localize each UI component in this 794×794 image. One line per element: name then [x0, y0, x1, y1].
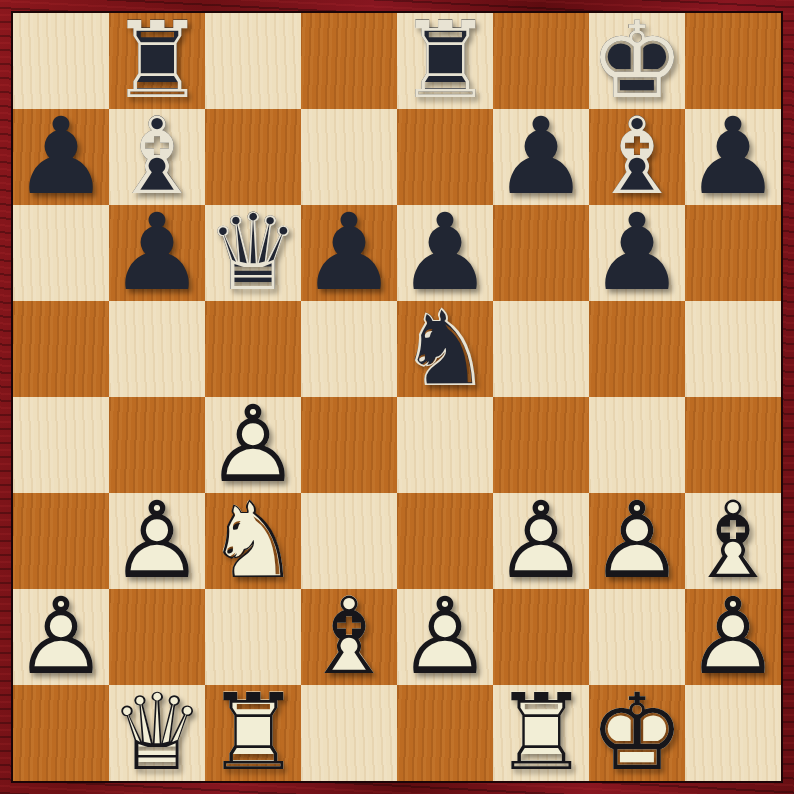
black-pawn[interactable]: ♟: [13, 109, 109, 205]
pawn-glyph-fill: ♟: [493, 493, 589, 589]
square-d5[interactable]: [301, 301, 397, 397]
square-g8[interactable]: ♚♔: [589, 13, 685, 109]
white-king[interactable]: ♚♔: [589, 685, 685, 781]
square-f5[interactable]: [493, 301, 589, 397]
white-pawn[interactable]: ♟♙: [397, 589, 493, 685]
queen-glyph-fill: ♛: [205, 205, 301, 301]
rook-glyph-fill: ♜: [397, 13, 493, 109]
square-d2[interactable]: ♝♗: [301, 589, 397, 685]
bishop-glyph-fill: ♝: [301, 589, 397, 685]
pawn-glyph-fill: ♟: [13, 589, 109, 685]
square-g5[interactable]: [589, 301, 685, 397]
square-d7[interactable]: [301, 109, 397, 205]
black-bishop[interactable]: ♝♗: [589, 109, 685, 205]
black-pawn[interactable]: ♟: [397, 205, 493, 301]
square-g4[interactable]: [589, 397, 685, 493]
pawn-glyph-outline: ♙: [685, 589, 781, 685]
pawn-glyph-fill: ♟: [109, 205, 205, 301]
white-queen[interactable]: ♛♕: [109, 685, 205, 781]
square-a3[interactable]: [13, 493, 109, 589]
black-pawn[interactable]: ♟: [493, 109, 589, 205]
square-a7[interactable]: ♟: [13, 109, 109, 205]
pawn-glyph-fill: ♟: [685, 109, 781, 205]
black-pawn[interactable]: ♟: [109, 205, 205, 301]
square-c6[interactable]: ♛♕: [205, 205, 301, 301]
square-c4[interactable]: ♟♙: [205, 397, 301, 493]
white-pawn[interactable]: ♟♙: [493, 493, 589, 589]
square-c2[interactable]: [205, 589, 301, 685]
rook-glyph-outline: ♖: [109, 13, 205, 109]
square-h3[interactable]: ♝♗: [685, 493, 781, 589]
square-b8[interactable]: ♜♖: [109, 13, 205, 109]
square-e4[interactable]: [397, 397, 493, 493]
square-d8[interactable]: [301, 13, 397, 109]
white-rook[interactable]: ♜♖: [493, 685, 589, 781]
pawn-glyph-outline: ♙: [589, 493, 685, 589]
square-e1[interactable]: [397, 685, 493, 781]
pawn-glyph-outline: ♙: [205, 397, 301, 493]
white-pawn[interactable]: ♟♙: [109, 493, 205, 589]
queen-glyph-outline: ♕: [205, 205, 301, 301]
square-f2[interactable]: [493, 589, 589, 685]
square-b6[interactable]: ♟: [109, 205, 205, 301]
white-pawn[interactable]: ♟♙: [205, 397, 301, 493]
black-rook[interactable]: ♜♖: [109, 13, 205, 109]
square-b4[interactable]: [109, 397, 205, 493]
square-b3[interactable]: ♟♙: [109, 493, 205, 589]
pawn-glyph-fill: ♟: [301, 205, 397, 301]
bishop-glyph-outline: ♗: [589, 109, 685, 205]
square-a5[interactable]: [13, 301, 109, 397]
black-pawn[interactable]: ♟: [685, 109, 781, 205]
square-h8[interactable]: [685, 13, 781, 109]
king-glyph-outline: ♔: [589, 13, 685, 109]
square-a4[interactable]: [13, 397, 109, 493]
queen-glyph-outline: ♕: [109, 685, 205, 781]
black-pawn[interactable]: ♟: [301, 205, 397, 301]
pawn-glyph-fill: ♟: [109, 493, 205, 589]
square-e2[interactable]: ♟♙: [397, 589, 493, 685]
black-king[interactable]: ♚♔: [589, 13, 685, 109]
pawn-glyph-fill: ♟: [13, 109, 109, 205]
square-e8[interactable]: ♜♖: [397, 13, 493, 109]
pawn-glyph-outline: ♙: [109, 493, 205, 589]
square-e7[interactable]: [397, 109, 493, 205]
square-a8[interactable]: [13, 13, 109, 109]
bishop-glyph-fill: ♝: [589, 109, 685, 205]
square-h4[interactable]: [685, 397, 781, 493]
square-h6[interactable]: [685, 205, 781, 301]
square-b2[interactable]: [109, 589, 205, 685]
square-b5[interactable]: [109, 301, 205, 397]
square-f3[interactable]: ♟♙: [493, 493, 589, 589]
square-a6[interactable]: [13, 205, 109, 301]
square-c8[interactable]: [205, 13, 301, 109]
white-pawn[interactable]: ♟♙: [589, 493, 685, 589]
black-queen[interactable]: ♛♕: [205, 205, 301, 301]
pawn-glyph-fill: ♟: [397, 205, 493, 301]
pawn-glyph-fill: ♟: [685, 589, 781, 685]
square-f7[interactable]: ♟: [493, 109, 589, 205]
square-b1[interactable]: ♛♕: [109, 685, 205, 781]
square-g7[interactable]: ♝♗: [589, 109, 685, 205]
king-glyph-fill: ♚: [589, 685, 685, 781]
bishop-glyph-fill: ♝: [109, 109, 205, 205]
square-d1[interactable]: [301, 685, 397, 781]
square-d3[interactable]: [301, 493, 397, 589]
square-g1[interactable]: ♚♔: [589, 685, 685, 781]
pawn-glyph-outline: ♙: [493, 493, 589, 589]
square-f8[interactable]: [493, 13, 589, 109]
pawn-glyph-fill: ♟: [493, 109, 589, 205]
square-f6[interactable]: [493, 205, 589, 301]
rook-glyph-outline: ♖: [397, 13, 493, 109]
king-glyph-fill: ♚: [589, 13, 685, 109]
knight-glyph-fill: ♞: [397, 301, 493, 397]
chess-board: ♜♖♜♖♚♔♟♝♗♟♝♗♟♟♛♕♟♟♟♞♘♟♙♟♙♞♘♟♙♟♙♝♗♟♙♝♗♟♙♟…: [11, 11, 783, 783]
pawn-glyph-fill: ♟: [397, 589, 493, 685]
bishop-glyph-outline: ♗: [301, 589, 397, 685]
bishop-glyph-fill: ♝: [685, 493, 781, 589]
rook-glyph-outline: ♖: [205, 685, 301, 781]
square-h7[interactable]: ♟: [685, 109, 781, 205]
white-bishop[interactable]: ♝♗: [301, 589, 397, 685]
square-c7[interactable]: [205, 109, 301, 205]
square-c1[interactable]: ♜♖: [205, 685, 301, 781]
square-c3[interactable]: ♞♘: [205, 493, 301, 589]
rook-glyph-fill: ♜: [109, 13, 205, 109]
square-h2[interactable]: ♟♙: [685, 589, 781, 685]
queen-glyph-fill: ♛: [109, 685, 205, 781]
square-e5[interactable]: ♞♘: [397, 301, 493, 397]
pawn-glyph-fill: ♟: [589, 205, 685, 301]
square-h1[interactable]: [685, 685, 781, 781]
black-bishop[interactable]: ♝♗: [109, 109, 205, 205]
bishop-glyph-outline: ♗: [685, 493, 781, 589]
white-knight[interactable]: ♞♘: [205, 493, 301, 589]
rook-glyph-fill: ♜: [205, 685, 301, 781]
black-rook[interactable]: ♜♖: [397, 13, 493, 109]
white-rook[interactable]: ♜♖: [205, 685, 301, 781]
square-e3[interactable]: [397, 493, 493, 589]
rook-glyph-fill: ♜: [493, 685, 589, 781]
square-g3[interactable]: ♟♙: [589, 493, 685, 589]
black-pawn[interactable]: ♟: [589, 205, 685, 301]
pawn-glyph-outline: ♙: [13, 589, 109, 685]
white-pawn[interactable]: ♟♙: [13, 589, 109, 685]
square-f1[interactable]: ♜♖: [493, 685, 589, 781]
square-e6[interactable]: ♟: [397, 205, 493, 301]
king-glyph-outline: ♔: [589, 685, 685, 781]
square-f4[interactable]: [493, 397, 589, 493]
square-g2[interactable]: [589, 589, 685, 685]
knight-glyph-fill: ♞: [205, 493, 301, 589]
square-g6[interactable]: ♟: [589, 205, 685, 301]
rook-glyph-outline: ♖: [493, 685, 589, 781]
square-d6[interactable]: ♟: [301, 205, 397, 301]
white-pawn[interactable]: ♟♙: [685, 589, 781, 685]
white-bishop[interactable]: ♝♗: [685, 493, 781, 589]
black-knight[interactable]: ♞♘: [397, 301, 493, 397]
pawn-glyph-fill: ♟: [205, 397, 301, 493]
knight-glyph-outline: ♘: [397, 301, 493, 397]
bishop-glyph-outline: ♗: [109, 109, 205, 205]
square-a1[interactable]: [13, 685, 109, 781]
square-c5[interactable]: [205, 301, 301, 397]
pawn-glyph-outline: ♙: [397, 589, 493, 685]
board-frame: ♜♖♜♖♚♔♟♝♗♟♝♗♟♟♛♕♟♟♟♞♘♟♙♟♙♞♘♟♙♟♙♝♗♟♙♝♗♟♙♟…: [0, 0, 794, 794]
knight-glyph-outline: ♘: [205, 493, 301, 589]
square-a2[interactable]: ♟♙: [13, 589, 109, 685]
square-h5[interactable]: [685, 301, 781, 397]
square-d4[interactable]: [301, 397, 397, 493]
square-b7[interactable]: ♝♗: [109, 109, 205, 205]
pawn-glyph-fill: ♟: [589, 493, 685, 589]
